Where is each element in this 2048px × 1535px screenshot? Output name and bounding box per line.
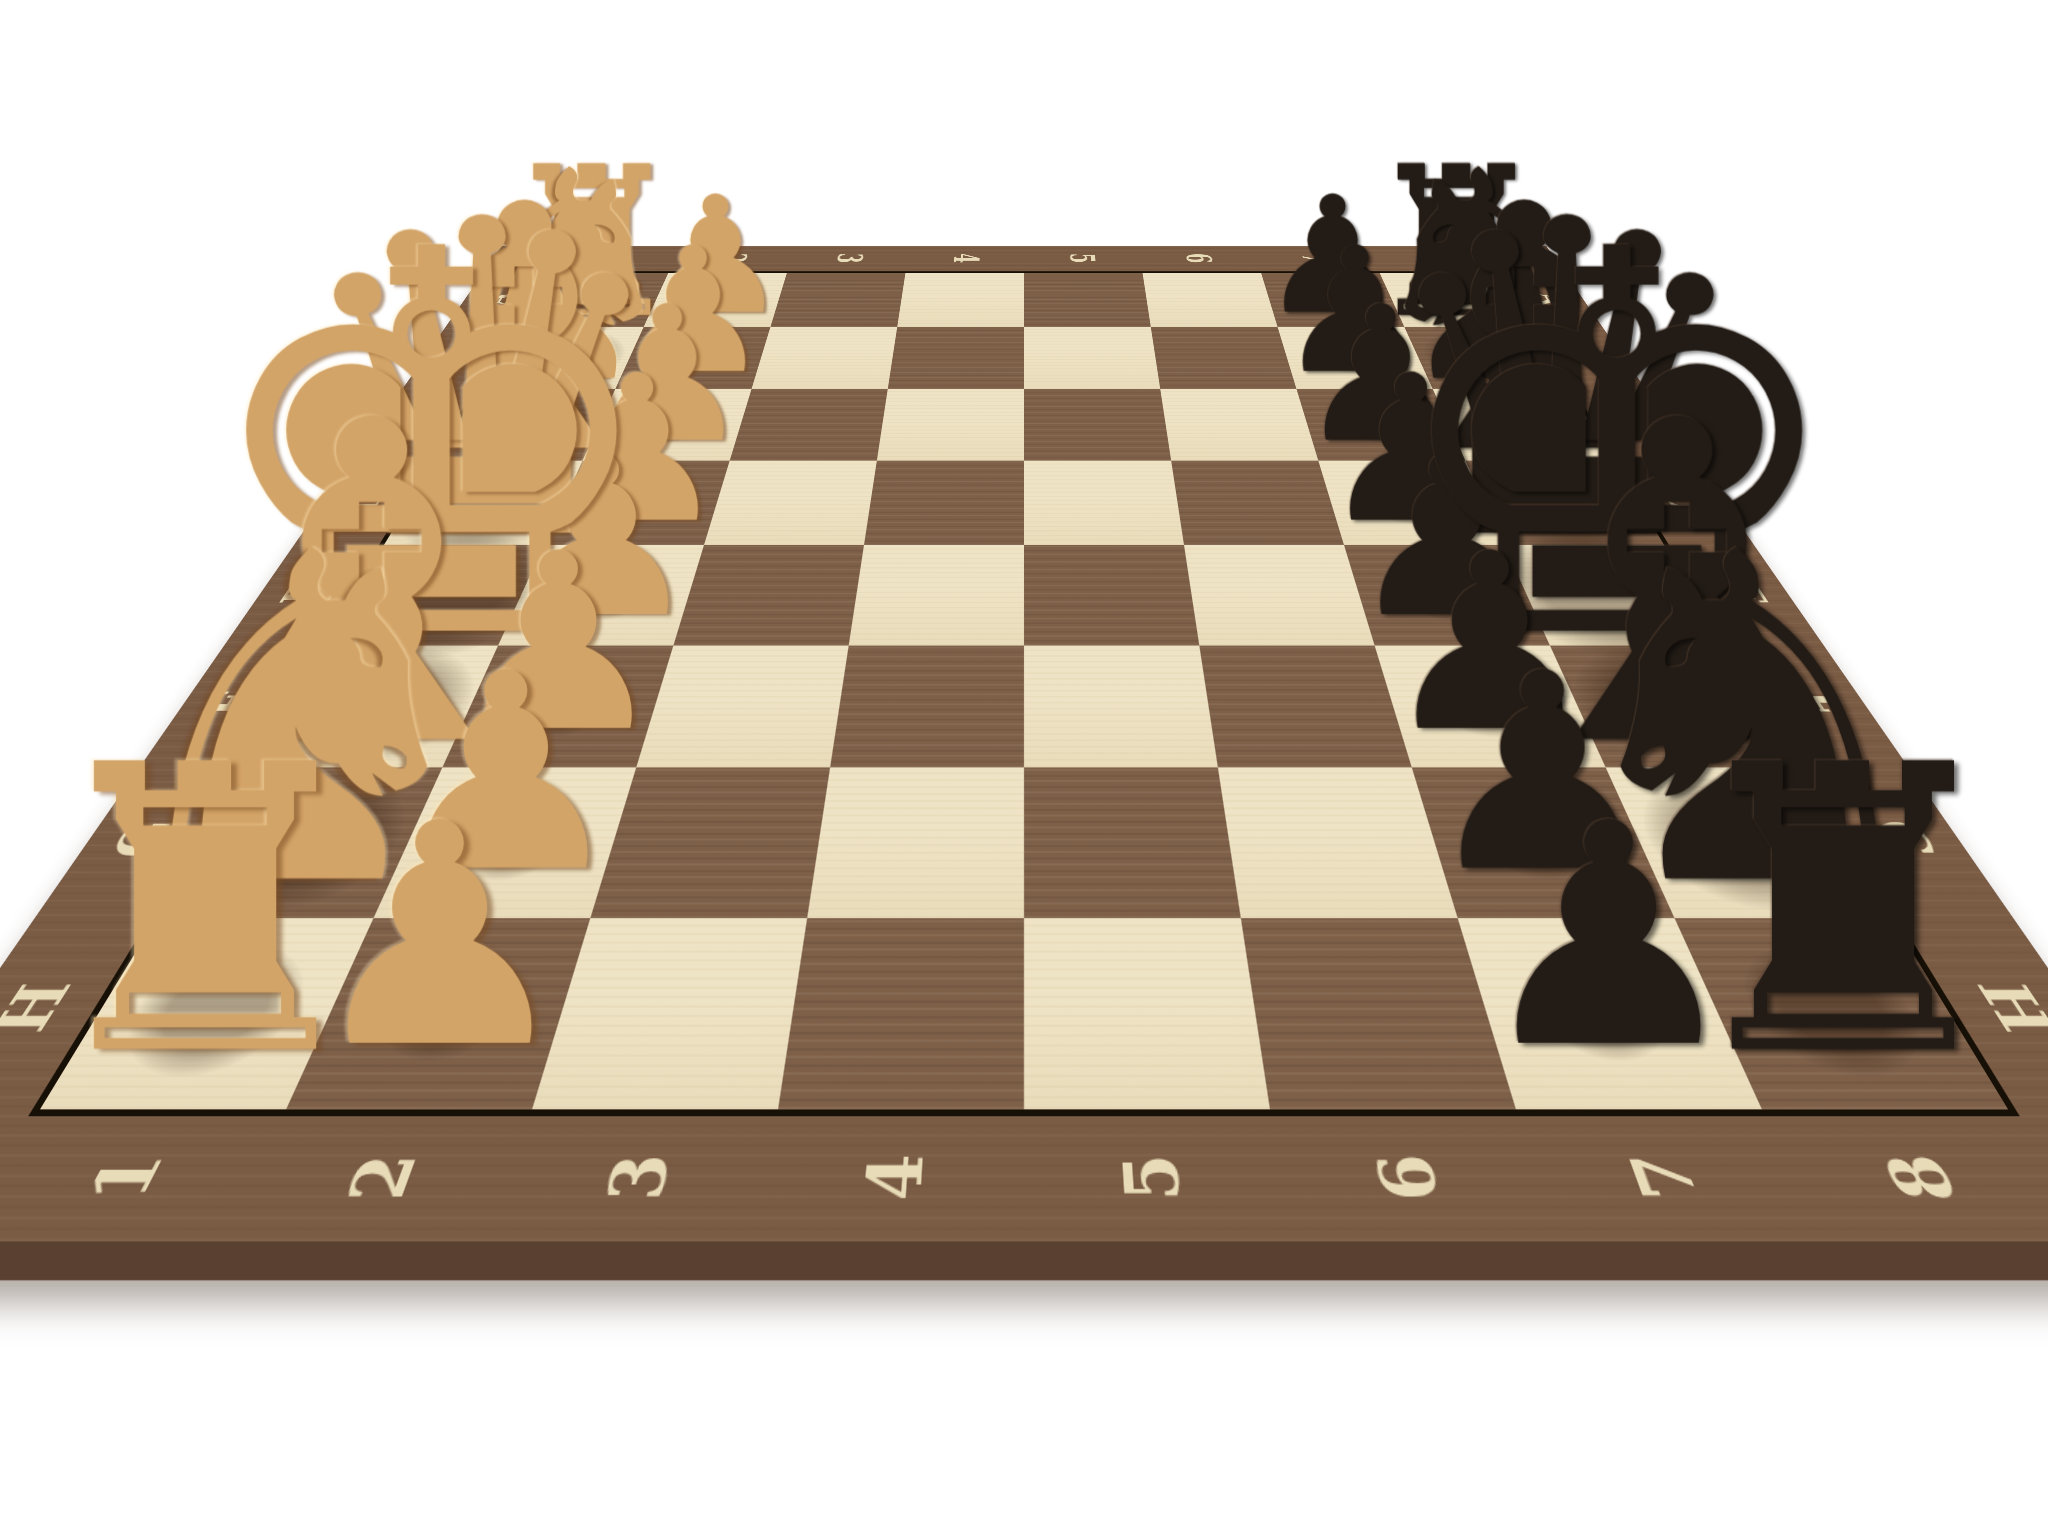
rank-label-far-3: 3 — [829, 253, 870, 263]
rank-label-near-2: 2 — [330, 1154, 434, 1201]
board-border: ♜♟♟♜♞♟♟♞♝♟♟♝♛♟♟♛♚♟♟♚♝♟♟♝♞♟♟♞♜♟♟♜ 1234567… — [0, 246, 2048, 1242]
rank-label-near-6: 6 — [1360, 1154, 1457, 1201]
pieces-layer: ♜♟♟♜♞♟♟♞♝♟♟♝♛♟♟♛♚♟♟♚♝♟♟♝♞♟♟♞♜♟♟♜ — [40, 273, 2008, 1109]
rank-label-far-5: 5 — [1062, 253, 1102, 263]
rank-label-near-1: 1 — [70, 1154, 182, 1201]
photo-scene: ♜♟♟♜♞♟♟♞♝♟♟♝♛♟♟♛♚♟♟♚♝♟♟♝♞♟♟♞♜♟♟♜ 1234567… — [0, 0, 2048, 1535]
rank-label-near-5: 5 — [1108, 1154, 1198, 1201]
chess-board: ♜♟♟♜♞♟♟♞♝♟♟♝♛♟♟♛♚♟♟♚♝♟♟♝♞♟♟♞♜♟♟♜ 1234567… — [0, 246, 2048, 1242]
perspective-wrapper: ♜♟♟♜♞♟♟♞♝♟♟♝♛♟♟♛♚♟♟♚♝♟♟♝♞♟♟♞♜♟♟♜ 1234567… — [0, 0, 2048, 1535]
rank-label-near-3: 3 — [590, 1154, 687, 1201]
rank-label-far-2: 2 — [712, 253, 755, 263]
rank-label-far-4: 4 — [946, 253, 986, 263]
rank-label-far-7: 7 — [1293, 253, 1336, 263]
rank-label-near-4: 4 — [850, 1154, 940, 1201]
rank-label-near-8: 8 — [1866, 1154, 1978, 1201]
rank-label-far-6: 6 — [1178, 253, 1219, 263]
rank-label-near-7: 7 — [1613, 1154, 1717, 1201]
